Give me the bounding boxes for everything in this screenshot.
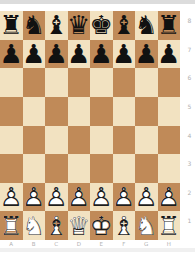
square-a2[interactable]: ♟♙ bbox=[0, 183, 23, 212]
square-f3[interactable] bbox=[113, 154, 136, 183]
square-c8[interactable]: ♝ bbox=[45, 11, 68, 40]
square-c5[interactable] bbox=[45, 97, 68, 126]
square-h1[interactable]: ♜♖ bbox=[158, 211, 181, 240]
square-h7[interactable]: ♟ bbox=[158, 40, 181, 69]
square-b1[interactable]: ♞♘ bbox=[23, 211, 46, 240]
white-knight[interactable]: ♞♘ bbox=[23, 211, 46, 240]
square-f2[interactable]: ♟♙ bbox=[113, 183, 136, 212]
square-b8[interactable]: ♞ bbox=[23, 11, 46, 40]
square-g7[interactable]: ♟ bbox=[135, 40, 158, 69]
black-pawn[interactable]: ♟ bbox=[68, 40, 91, 69]
square-f8[interactable]: ♝ bbox=[113, 11, 136, 40]
black-knight[interactable]: ♞ bbox=[135, 11, 158, 40]
chess-board[interactable]: ♜♞♝♛♚♝♞♜♟♟♟♟♟♟♟♟♟♙♟♙♟♙♟♙♟♙♟♙♟♙♟♙♜♖♞♘♝♗♛♕… bbox=[0, 11, 180, 240]
square-a6[interactable] bbox=[0, 68, 23, 97]
square-c1[interactable]: ♝♗ bbox=[45, 211, 68, 240]
square-a4[interactable] bbox=[0, 126, 23, 155]
square-h8[interactable]: ♜ bbox=[158, 11, 181, 40]
square-g5[interactable] bbox=[135, 97, 158, 126]
square-c4[interactable] bbox=[45, 126, 68, 155]
rank-label-1: 1 bbox=[180, 211, 195, 240]
black-pawn[interactable]: ♟ bbox=[23, 40, 46, 69]
white-pawn[interactable]: ♟♙ bbox=[135, 183, 158, 212]
black-knight[interactable]: ♞ bbox=[23, 11, 46, 40]
square-e6[interactable] bbox=[90, 68, 113, 97]
square-b7[interactable]: ♟ bbox=[23, 40, 46, 69]
square-e7[interactable]: ♟ bbox=[90, 40, 113, 69]
white-pawn[interactable]: ♟♙ bbox=[113, 183, 136, 212]
square-h5[interactable] bbox=[158, 97, 181, 126]
square-e3[interactable] bbox=[90, 154, 113, 183]
white-pawn[interactable]: ♟♙ bbox=[0, 183, 23, 212]
square-d6[interactable] bbox=[68, 68, 91, 97]
square-g8[interactable]: ♞ bbox=[135, 11, 158, 40]
black-king[interactable]: ♚ bbox=[90, 11, 113, 40]
square-a3[interactable] bbox=[0, 154, 23, 183]
square-a1[interactable]: ♜♖ bbox=[0, 211, 23, 240]
square-e5[interactable] bbox=[90, 97, 113, 126]
square-c2[interactable]: ♟♙ bbox=[45, 183, 68, 212]
white-pawn[interactable]: ♟♙ bbox=[23, 183, 46, 212]
square-h3[interactable] bbox=[158, 154, 181, 183]
square-c7[interactable]: ♟ bbox=[45, 40, 68, 69]
square-b4[interactable] bbox=[23, 126, 46, 155]
rank-labels: 87654321 bbox=[180, 11, 195, 240]
square-d1[interactable]: ♛♕ bbox=[68, 211, 91, 240]
square-d3[interactable] bbox=[68, 154, 91, 183]
square-g3[interactable] bbox=[135, 154, 158, 183]
black-pawn[interactable]: ♟ bbox=[0, 40, 23, 69]
black-bishop[interactable]: ♝ bbox=[113, 11, 136, 40]
white-pawn[interactable]: ♟♙ bbox=[45, 183, 68, 212]
black-pawn[interactable]: ♟ bbox=[90, 40, 113, 69]
rank-label-7: 7 bbox=[180, 40, 195, 69]
white-bishop[interactable]: ♝♗ bbox=[113, 211, 136, 240]
black-rook[interactable]: ♜ bbox=[158, 11, 181, 40]
white-knight[interactable]: ♞♘ bbox=[135, 211, 158, 240]
square-c6[interactable] bbox=[45, 68, 68, 97]
rank-label-5: 5 bbox=[180, 97, 195, 126]
square-a7[interactable]: ♟ bbox=[0, 40, 23, 69]
black-pawn[interactable]: ♟ bbox=[113, 40, 136, 69]
rank-label-8: 8 bbox=[180, 11, 195, 40]
square-f1[interactable]: ♝♗ bbox=[113, 211, 136, 240]
black-pawn[interactable]: ♟ bbox=[45, 40, 68, 69]
rank-label-3: 3 bbox=[180, 154, 195, 183]
black-rook[interactable]: ♜ bbox=[0, 11, 23, 40]
square-e1[interactable]: ♚♔ bbox=[90, 211, 113, 240]
white-rook[interactable]: ♜♖ bbox=[0, 211, 23, 240]
square-g2[interactable]: ♟♙ bbox=[135, 183, 158, 212]
white-bishop[interactable]: ♝♗ bbox=[45, 211, 68, 240]
black-pawn[interactable]: ♟ bbox=[135, 40, 158, 69]
rank-label-4: 4 bbox=[180, 126, 195, 155]
square-b5[interactable] bbox=[23, 97, 46, 126]
square-g1[interactable]: ♞♘ bbox=[135, 211, 158, 240]
square-f5[interactable] bbox=[113, 97, 136, 126]
bottom-edge-band bbox=[0, 248, 195, 252]
square-f4[interactable] bbox=[113, 126, 136, 155]
square-h4[interactable] bbox=[158, 126, 181, 155]
square-d8[interactable]: ♛ bbox=[68, 11, 91, 40]
square-a8[interactable]: ♜ bbox=[0, 11, 23, 40]
square-h2[interactable]: ♟♙ bbox=[158, 183, 181, 212]
square-e8[interactable]: ♚ bbox=[90, 11, 113, 40]
square-b3[interactable] bbox=[23, 154, 46, 183]
white-pawn[interactable]: ♟♙ bbox=[158, 183, 181, 212]
window-top-bar bbox=[0, 0, 195, 4]
square-d4[interactable] bbox=[68, 126, 91, 155]
rank-label-6: 6 bbox=[180, 68, 195, 97]
white-rook[interactable]: ♜♖ bbox=[158, 211, 181, 240]
square-c3[interactable] bbox=[45, 154, 68, 183]
chess-app-window: ♜♞♝♛♚♝♞♜♟♟♟♟♟♟♟♟♟♙♟♙♟♙♟♙♟♙♟♙♟♙♟♙♜♖♞♘♝♗♛♕… bbox=[0, 0, 195, 260]
square-b6[interactable] bbox=[23, 68, 46, 97]
black-queen[interactable]: ♛ bbox=[68, 11, 91, 40]
white-pawn[interactable]: ♟♙ bbox=[90, 183, 113, 212]
black-bishop[interactable]: ♝ bbox=[45, 11, 68, 40]
rank-label-2: 2 bbox=[180, 183, 195, 212]
square-g4[interactable] bbox=[135, 126, 158, 155]
square-h6[interactable] bbox=[158, 68, 181, 97]
square-e4[interactable] bbox=[90, 126, 113, 155]
square-f6[interactable] bbox=[113, 68, 136, 97]
square-g6[interactable] bbox=[135, 68, 158, 97]
square-e2[interactable]: ♟♙ bbox=[90, 183, 113, 212]
white-queen[interactable]: ♛♕ bbox=[68, 211, 91, 240]
square-a5[interactable] bbox=[0, 97, 23, 126]
square-d7[interactable]: ♟ bbox=[68, 40, 91, 69]
square-b2[interactable]: ♟♙ bbox=[23, 183, 46, 212]
white-king[interactable]: ♚♔ bbox=[90, 211, 113, 240]
square-d2[interactable]: ♟♙ bbox=[68, 183, 91, 212]
square-d5[interactable] bbox=[68, 97, 91, 126]
white-pawn[interactable]: ♟♙ bbox=[68, 183, 91, 212]
black-pawn[interactable]: ♟ bbox=[158, 40, 181, 69]
square-f7[interactable]: ♟ bbox=[113, 40, 136, 69]
